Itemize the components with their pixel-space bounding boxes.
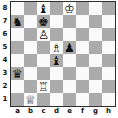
square-g4[interactable] <box>89 54 102 67</box>
square-e6[interactable] <box>63 28 76 41</box>
black-bishop-d4[interactable]: ♝ <box>51 55 62 67</box>
white-king-e8[interactable]: ♔ <box>64 3 75 15</box>
black-queen-a3[interactable]: ♛ <box>12 68 23 80</box>
square-f4[interactable] <box>76 54 89 67</box>
square-b5[interactable] <box>24 41 37 54</box>
rank-label-1: 1 <box>0 93 10 106</box>
square-h7[interactable] <box>102 15 115 28</box>
square-e3[interactable] <box>63 67 76 80</box>
square-d5[interactable]: ♗ <box>50 41 63 54</box>
square-c5[interactable] <box>37 41 50 54</box>
square-h6[interactable] <box>102 28 115 41</box>
square-f5[interactable] <box>76 41 89 54</box>
square-d6[interactable] <box>50 28 63 41</box>
square-e1[interactable] <box>63 93 76 106</box>
square-e7[interactable] <box>63 15 76 28</box>
file-label-f: f <box>76 107 89 117</box>
rank-label-8: 8 <box>0 2 10 15</box>
square-b7[interactable] <box>24 15 37 28</box>
black-knight-a7[interactable]: ♞ <box>12 16 23 28</box>
corner-spacer <box>0 107 11 117</box>
square-h1[interactable] <box>102 93 115 106</box>
square-a1[interactable] <box>11 93 24 106</box>
square-f1[interactable] <box>76 93 89 106</box>
file-label-d: d <box>50 107 63 117</box>
square-c4[interactable] <box>37 54 50 67</box>
square-d2[interactable] <box>50 80 63 93</box>
square-d1[interactable] <box>50 93 63 106</box>
square-g2[interactable] <box>89 80 102 93</box>
square-h4[interactable] <box>102 54 115 67</box>
chess-board: ♝♔♞♚♙♗♟♝♛♖♕ <box>10 1 116 107</box>
square-a6[interactable] <box>11 28 24 41</box>
square-f6[interactable] <box>76 28 89 41</box>
file-label-a: a <box>11 107 24 117</box>
chess-diagram: 87654321 ♝♔♞♚♙♗♟♝♛♖♕ abcdefgh <box>0 0 118 118</box>
square-d7[interactable] <box>50 15 63 28</box>
square-f3[interactable] <box>76 67 89 80</box>
square-b2[interactable] <box>24 80 37 93</box>
square-g6[interactable] <box>89 28 102 41</box>
file-label-b: b <box>24 107 37 117</box>
square-a5[interactable] <box>11 41 24 54</box>
square-a3[interactable]: ♛ <box>11 67 24 80</box>
square-f2[interactable] <box>76 80 89 93</box>
square-g3[interactable] <box>89 67 102 80</box>
square-b1[interactable]: ♕ <box>24 93 37 106</box>
square-a2[interactable] <box>11 80 24 93</box>
square-c6[interactable]: ♙ <box>37 28 50 41</box>
square-c8[interactable]: ♝ <box>37 2 50 15</box>
file-label-h: h <box>102 107 115 117</box>
rank-label-7: 7 <box>0 15 10 28</box>
square-a7[interactable]: ♞ <box>11 15 24 28</box>
square-e2[interactable] <box>63 80 76 93</box>
rank-label-4: 4 <box>0 54 10 67</box>
square-e5[interactable]: ♟ <box>63 41 76 54</box>
file-label-g: g <box>89 107 102 117</box>
square-b3[interactable] <box>24 67 37 80</box>
square-f8[interactable] <box>76 2 89 15</box>
square-b8[interactable] <box>24 2 37 15</box>
rank-label-6: 6 <box>0 28 10 41</box>
file-label-c: c <box>37 107 50 117</box>
rank-label-2: 2 <box>0 80 10 93</box>
white-queen-b1[interactable]: ♕ <box>25 94 36 106</box>
rank-labels: 87654321 <box>0 2 10 106</box>
square-b6[interactable] <box>24 28 37 41</box>
square-c3[interactable] <box>37 67 50 80</box>
square-g8[interactable] <box>89 2 102 15</box>
black-bishop-c8[interactable]: ♝ <box>38 3 49 15</box>
file-label-e: e <box>63 107 76 117</box>
square-c7[interactable]: ♚ <box>37 15 50 28</box>
square-e4[interactable] <box>63 54 76 67</box>
white-bishop-d5[interactable]: ♗ <box>51 42 62 54</box>
square-d3[interactable] <box>50 67 63 80</box>
black-pawn-e5[interactable]: ♟ <box>64 42 75 54</box>
square-c1[interactable] <box>37 93 50 106</box>
rank-label-3: 3 <box>0 67 10 80</box>
square-a4[interactable] <box>11 54 24 67</box>
white-pawn-c6[interactable]: ♙ <box>38 29 49 41</box>
square-g1[interactable] <box>89 93 102 106</box>
black-king-c7[interactable]: ♚ <box>38 16 49 28</box>
square-f7[interactable] <box>76 15 89 28</box>
square-h8[interactable] <box>102 2 115 15</box>
square-e8[interactable]: ♔ <box>63 2 76 15</box>
square-b4[interactable] <box>24 54 37 67</box>
square-h2[interactable] <box>102 80 115 93</box>
square-d4[interactable]: ♝ <box>50 54 63 67</box>
square-g5[interactable] <box>89 41 102 54</box>
rank-label-5: 5 <box>0 41 10 54</box>
square-a8[interactable] <box>11 2 24 15</box>
square-g7[interactable] <box>89 15 102 28</box>
square-h5[interactable] <box>102 41 115 54</box>
square-d8[interactable] <box>50 2 63 15</box>
square-c2[interactable]: ♖ <box>37 80 50 93</box>
white-rook-c2[interactable]: ♖ <box>38 81 49 93</box>
square-h3[interactable] <box>102 67 115 80</box>
file-labels: abcdefgh <box>11 107 115 117</box>
